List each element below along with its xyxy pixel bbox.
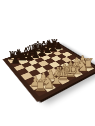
chess-set-photo: ♜♞♟♝♟♚♟♛♟♝♟♞♟♜♟♟♟♟♜♟♞♟♝♟♚♟♛♟♝♟♞♜: [0, 0, 95, 126]
board-grid: [8, 44, 94, 96]
chess-board: [2, 42, 95, 102]
board-frame: [2, 42, 95, 102]
